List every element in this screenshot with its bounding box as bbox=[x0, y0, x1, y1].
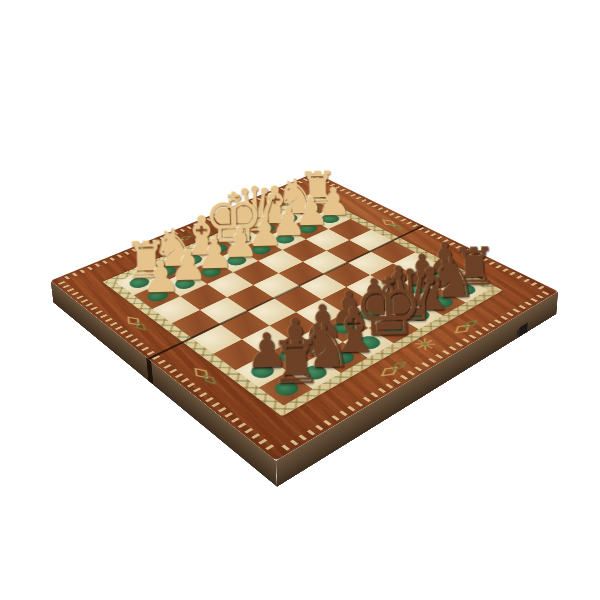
latch-clasp-icon[interactable] bbox=[513, 314, 532, 354]
piece-white-pawn-h2[interactable]: ♟ bbox=[142, 257, 177, 298]
scene-3d: ♜♞♝♚♛♝♞♜♟♟♟♟♟♟♟♟♟♟♟♟♟♟♟♟♜♞♝♚♛♝♞♜ bbox=[0, 0, 600, 600]
piece-black-rook-h8[interactable]: ♜ bbox=[268, 335, 308, 391]
board-frame: ♜♞♝♚♛♝♞♜♟♟♟♟♟♟♟♟♟♟♟♟♟♟♟♟♜♞♝♚♛♝♞♜ bbox=[50, 173, 558, 461]
camera-tilt-wrapper: ♜♞♝♚♛♝♞♜♟♟♟♟♟♟♟♟♟♟♟♟♟♟♟♟♜♞♝♚♛♝♞♜ bbox=[0, 0, 600, 600]
chess-board-assembly: ♜♞♝♚♛♝♞♜♟♟♟♟♟♟♟♟♟♟♟♟♟♟♟♟♜♞♝♚♛♝♞♜ bbox=[50, 173, 558, 461]
product-photo-stage: ♜♞♝♚♛♝♞♜♟♟♟♟♟♟♟♟♟♟♟♟♟♟♟♟♜♞♝♚♛♝♞♜ bbox=[0, 0, 600, 600]
